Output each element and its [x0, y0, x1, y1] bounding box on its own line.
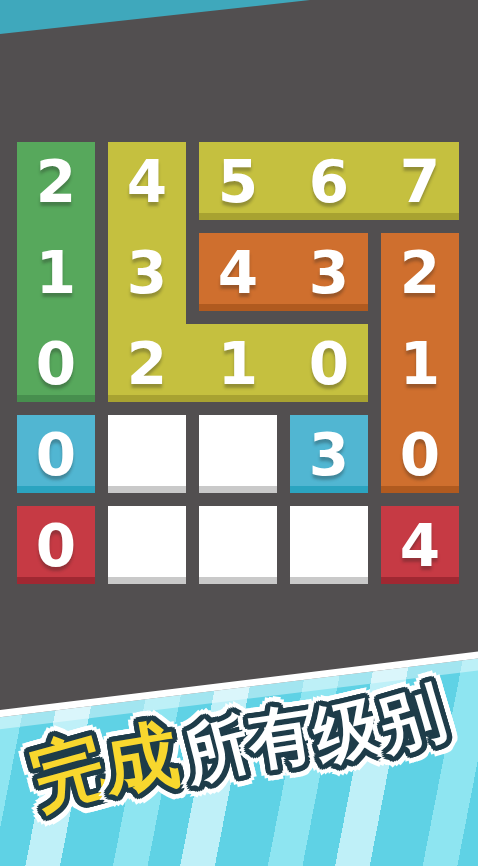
empty-cell[interactable]: [108, 506, 186, 584]
block-bottom-edge: [108, 486, 186, 493]
empty-cell[interactable]: [108, 415, 186, 493]
cell-r1-c5-number[interactable]: 7: [381, 142, 459, 220]
cell-r5-c5-number[interactable]: 4: [381, 506, 459, 584]
banner-char: 成: [98, 716, 183, 801]
cell-r4-c5-number[interactable]: 0: [381, 415, 459, 493]
cell-r1-c1-number[interactable]: 2: [17, 142, 95, 220]
empty-cell[interactable]: [199, 506, 277, 584]
empty-cell[interactable]: [199, 415, 277, 493]
cell-r2-c3-number[interactable]: 4: [199, 233, 277, 311]
cell-r4-c1-number[interactable]: 0: [17, 415, 95, 493]
cell-r2-c1-number[interactable]: 1: [17, 233, 95, 311]
block-bottom-edge: [199, 577, 277, 584]
cell-r3-c3-number[interactable]: 1: [199, 324, 277, 402]
cell-r3-c4-number[interactable]: 0: [290, 324, 368, 402]
cell-r2-c2-number[interactable]: 3: [108, 233, 186, 311]
cell-r4-c4-number[interactable]: 3: [290, 415, 368, 493]
game-board[interactable]: 24567134320210103004: [0, 0, 478, 612]
cell-r2-c4-number[interactable]: 3: [290, 233, 368, 311]
block-bottom-edge: [108, 577, 186, 584]
cell-r3-c5-number[interactable]: 1: [381, 324, 459, 402]
cell-r1-c4-number[interactable]: 6: [290, 142, 368, 220]
cell-r1-c2-number[interactable]: 4: [108, 142, 186, 220]
game-screen: 24567134320210103004 完成所有级别: [0, 0, 478, 866]
cell-r3-c2-number[interactable]: 2: [108, 324, 186, 402]
cell-r2-c5-number[interactable]: 2: [381, 233, 459, 311]
empty-cell[interactable]: [290, 506, 368, 584]
cell-r3-c1-number[interactable]: 0: [17, 324, 95, 402]
block-bottom-edge: [290, 577, 368, 584]
cell-r1-c3-number[interactable]: 5: [199, 142, 277, 220]
cell-r5-c1-number[interactable]: 0: [17, 506, 95, 584]
block-bottom-edge: [199, 486, 277, 493]
